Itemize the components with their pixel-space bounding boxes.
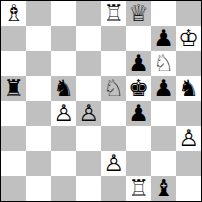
square-d2[interactable] — [76, 151, 101, 176]
square-f7[interactable] — [126, 26, 151, 51]
square-a7[interactable] — [1, 26, 26, 51]
square-c6[interactable] — [51, 51, 76, 76]
square-a5[interactable]: ♜ — [1, 76, 26, 101]
square-f1[interactable]: ♖ — [126, 176, 151, 201]
chessboard: ♗♖♕♟♔♟♘♜♞♘♚♟♞♙♙♟♙♙♖♝ — [0, 0, 202, 202]
square-b4[interactable] — [26, 101, 51, 126]
square-a2[interactable] — [1, 151, 26, 176]
black-pawn: ♟ — [128, 51, 149, 76]
square-a1[interactable] — [1, 176, 26, 201]
square-e3[interactable] — [101, 126, 126, 151]
square-g7[interactable]: ♟ — [151, 26, 176, 51]
square-e5[interactable]: ♘ — [101, 76, 126, 101]
square-c4[interactable]: ♙ — [51, 101, 76, 126]
square-f5[interactable]: ♚ — [126, 76, 151, 101]
black-rook: ♜ — [3, 76, 24, 101]
square-h5[interactable]: ♞ — [176, 76, 201, 101]
square-c5[interactable]: ♞ — [51, 76, 76, 101]
white-knight: ♘ — [103, 76, 124, 101]
square-b5[interactable] — [26, 76, 51, 101]
square-e4[interactable] — [101, 101, 126, 126]
square-h4[interactable] — [176, 101, 201, 126]
square-b1[interactable] — [26, 176, 51, 201]
square-f3[interactable] — [126, 126, 151, 151]
chess-diagram: ♗♖♕♟♔♟♘♜♞♘♚♟♞♙♙♟♙♙♖♝ — [0, 0, 202, 202]
white-pawn: ♙ — [103, 151, 124, 176]
square-d3[interactable] — [76, 126, 101, 151]
square-h6[interactable] — [176, 51, 201, 76]
black-knight: ♞ — [53, 76, 74, 101]
white-pawn: ♙ — [78, 101, 99, 126]
white-pawn: ♙ — [53, 101, 74, 126]
square-b7[interactable] — [26, 26, 51, 51]
square-g2[interactable] — [151, 151, 176, 176]
white-king: ♔ — [178, 26, 199, 51]
white-rook: ♖ — [128, 176, 149, 201]
black-pawn: ♟ — [153, 26, 174, 51]
square-d1[interactable] — [76, 176, 101, 201]
square-h2[interactable] — [176, 151, 201, 176]
black-bishop: ♝ — [153, 176, 174, 201]
square-g5[interactable]: ♟ — [151, 76, 176, 101]
white-bishop: ♗ — [3, 1, 24, 26]
square-g6[interactable]: ♘ — [151, 51, 176, 76]
square-d6[interactable] — [76, 51, 101, 76]
square-b2[interactable] — [26, 151, 51, 176]
square-d5[interactable] — [76, 76, 101, 101]
black-pawn: ♟ — [128, 101, 149, 126]
square-c2[interactable] — [51, 151, 76, 176]
square-d4[interactable]: ♙ — [76, 101, 101, 126]
square-f2[interactable] — [126, 151, 151, 176]
square-f8[interactable]: ♕ — [126, 1, 151, 26]
square-b8[interactable] — [26, 1, 51, 26]
white-pawn: ♙ — [178, 126, 199, 151]
square-g8[interactable] — [151, 1, 176, 26]
black-knight: ♞ — [178, 76, 199, 101]
square-c7[interactable] — [51, 26, 76, 51]
square-b6[interactable] — [26, 51, 51, 76]
square-h7[interactable]: ♔ — [176, 26, 201, 51]
square-a3[interactable] — [1, 126, 26, 151]
white-queen: ♕ — [128, 1, 149, 26]
square-e1[interactable] — [101, 176, 126, 201]
square-c3[interactable] — [51, 126, 76, 151]
square-c1[interactable] — [51, 176, 76, 201]
square-a6[interactable] — [1, 51, 26, 76]
square-h3[interactable]: ♙ — [176, 126, 201, 151]
square-c8[interactable] — [51, 1, 76, 26]
square-a8[interactable]: ♗ — [1, 1, 26, 26]
square-f6[interactable]: ♟ — [126, 51, 151, 76]
square-g4[interactable] — [151, 101, 176, 126]
white-knight: ♘ — [153, 51, 174, 76]
square-e2[interactable]: ♙ — [101, 151, 126, 176]
square-e6[interactable] — [101, 51, 126, 76]
square-f4[interactable]: ♟ — [126, 101, 151, 126]
square-h8[interactable] — [176, 1, 201, 26]
black-king: ♚ — [128, 76, 149, 101]
square-g1[interactable]: ♝ — [151, 176, 176, 201]
white-rook: ♖ — [103, 1, 124, 26]
square-e8[interactable]: ♖ — [101, 1, 126, 26]
square-d8[interactable] — [76, 1, 101, 26]
square-d7[interactable] — [76, 26, 101, 51]
square-g3[interactable] — [151, 126, 176, 151]
square-e7[interactable] — [101, 26, 126, 51]
square-b3[interactable] — [26, 126, 51, 151]
black-pawn: ♟ — [153, 76, 174, 101]
square-a4[interactable] — [1, 101, 26, 126]
square-h1[interactable] — [176, 176, 201, 201]
